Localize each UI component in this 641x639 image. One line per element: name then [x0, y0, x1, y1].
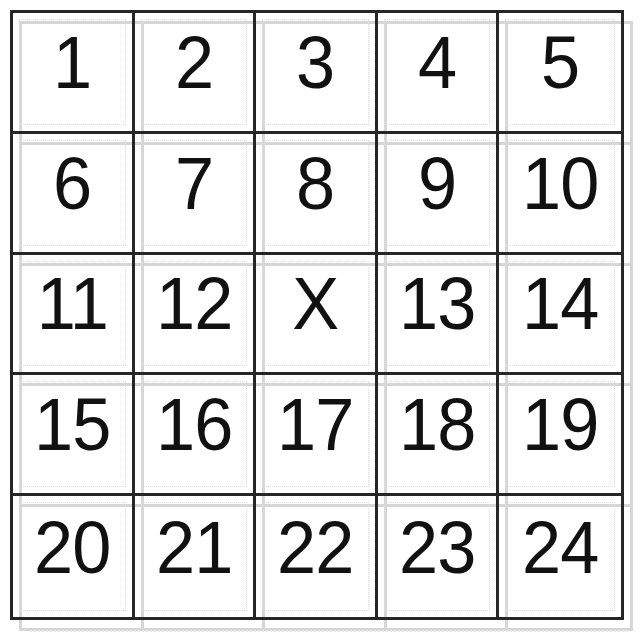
cell-r2c4[interactable]: 9: [378, 134, 500, 255]
tile-number: 23: [399, 511, 475, 585]
tile-number: 9: [418, 147, 456, 221]
cell-r5c4[interactable]: 23: [378, 496, 500, 617]
tile-number: 7: [175, 147, 213, 221]
scan-artifact-line: [30, 630, 628, 632]
cell-r3c2[interactable]: 12: [135, 255, 257, 376]
cell-r3c3[interactable]: X: [256, 255, 378, 376]
cell-r1c3[interactable]: 3: [256, 13, 378, 134]
tile-number: 4: [418, 26, 456, 100]
puzzle-figure: 123456789101112X131415161718192021222324: [0, 0, 641, 639]
cell-r2c3[interactable]: 8: [256, 134, 378, 255]
tile-number: 3: [296, 26, 334, 100]
tile-number: 5: [541, 26, 579, 100]
tile-number: 19: [522, 388, 598, 462]
tile-number: 16: [156, 388, 232, 462]
tile-number: 8: [296, 147, 334, 221]
tile-number: 11: [37, 267, 108, 341]
tile-number: 15: [34, 388, 110, 462]
cell-r3c4[interactable]: 13: [378, 255, 500, 376]
cell-r1c5[interactable]: 5: [499, 13, 621, 134]
tile-number: 24: [522, 511, 598, 585]
cell-r4c5[interactable]: 19: [499, 375, 621, 496]
cell-r2c2[interactable]: 7: [135, 134, 257, 255]
tile-number: 12: [156, 267, 232, 341]
cell-r1c2[interactable]: 2: [135, 13, 257, 134]
cell-r5c3[interactable]: 22: [256, 496, 378, 617]
blank-marker: X: [293, 267, 339, 341]
puzzle-grid: 123456789101112X131415161718192021222324: [10, 10, 624, 620]
tile-number: 13: [399, 267, 475, 341]
cell-r5c2[interactable]: 21: [135, 496, 257, 617]
tile-number: 10: [522, 147, 598, 221]
tile-number: 6: [53, 147, 91, 221]
tile-number: 17: [277, 388, 353, 462]
tile-number: 21: [156, 511, 232, 585]
tile-number: 22: [277, 511, 353, 585]
tile-number: 1: [53, 26, 91, 100]
tile-number: 14: [522, 267, 598, 341]
cell-r4c2[interactable]: 16: [135, 375, 257, 496]
cell-r4c1[interactable]: 15: [13, 375, 135, 496]
cell-r4c4[interactable]: 18: [378, 375, 500, 496]
tile-number: 2: [175, 26, 213, 100]
cell-r2c1[interactable]: 6: [13, 134, 135, 255]
cell-r3c5[interactable]: 14: [499, 255, 621, 376]
cell-r1c1[interactable]: 1: [13, 13, 135, 134]
cell-r5c1[interactable]: 20: [13, 496, 135, 617]
cell-r1c4[interactable]: 4: [378, 13, 500, 134]
tile-number: 20: [34, 511, 110, 585]
cell-r4c3[interactable]: 17: [256, 375, 378, 496]
tile-number: 18: [399, 388, 475, 462]
cell-r3c1[interactable]: 11: [13, 255, 135, 376]
cell-r2c5[interactable]: 10: [499, 134, 621, 255]
cell-r5c5[interactable]: 24: [499, 496, 621, 617]
